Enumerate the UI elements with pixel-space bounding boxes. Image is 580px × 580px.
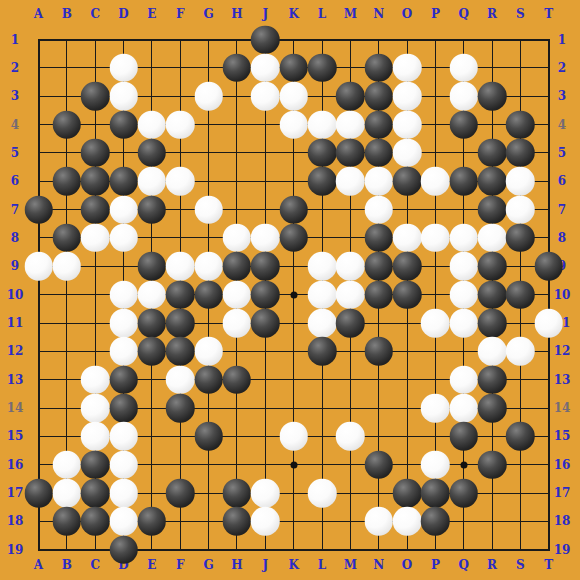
stone-black-L2[interactable]: [308, 54, 337, 83]
star-point-Q16: [460, 461, 467, 468]
stone-white-N6[interactable]: [364, 167, 393, 196]
stone-white-A9[interactable]: [24, 252, 53, 281]
coord-label-col-bottom-C: C: [90, 559, 100, 571]
stone-black-A7[interactable]: [24, 195, 53, 224]
coord-label-row-right-3: 3: [558, 90, 566, 102]
stone-black-R9[interactable]: [478, 252, 507, 281]
stone-black-T9[interactable]: [535, 252, 564, 281]
stone-black-R7[interactable]: [478, 195, 507, 224]
stone-black-E9[interactable]: [138, 252, 167, 281]
stone-black-S8[interactable]: [506, 224, 535, 253]
coord-label-row-left-12: 12: [7, 345, 24, 357]
stone-black-E11[interactable]: [138, 309, 167, 338]
stone-white-O18[interactable]: [393, 507, 422, 536]
stone-white-D12[interactable]: [109, 337, 138, 366]
stone-black-A17[interactable]: [24, 479, 53, 508]
coord-label-col-top-G: G: [203, 8, 213, 20]
stone-white-J17[interactable]: [251, 479, 280, 508]
stone-white-L10[interactable]: [308, 280, 337, 309]
stone-white-E6[interactable]: [138, 167, 167, 196]
stone-black-D19[interactable]: [109, 536, 138, 565]
stone-black-Q17[interactable]: [450, 479, 479, 508]
stone-white-D3[interactable]: [109, 82, 138, 111]
stone-white-K15[interactable]: [279, 422, 308, 451]
stone-black-E5[interactable]: [138, 139, 167, 168]
coord-label-col-bottom-P: P: [431, 559, 440, 571]
stone-white-D16[interactable]: [109, 451, 138, 480]
stone-white-G3[interactable]: [194, 82, 223, 111]
coord-label-col-top-F: F: [176, 8, 185, 20]
coord-label-col-top-Q: Q: [459, 8, 469, 20]
coord-label-row-right-4: 4: [558, 119, 566, 131]
coord-label-col-bottom-N: N: [373, 559, 384, 571]
stone-black-N2[interactable]: [364, 54, 393, 83]
stone-white-G12[interactable]: [194, 337, 223, 366]
stone-white-L17[interactable]: [308, 479, 337, 508]
coord-label-row-left-2: 2: [11, 62, 19, 74]
coord-label-col-top-H: H: [231, 8, 242, 20]
coord-label-row-left-17: 17: [7, 487, 24, 499]
stone-black-E18[interactable]: [138, 507, 167, 536]
stone-white-F6[interactable]: [166, 167, 195, 196]
stone-white-O4[interactable]: [393, 110, 422, 139]
coord-label-row-left-15: 15: [7, 430, 24, 442]
stone-white-Q9[interactable]: [450, 252, 479, 281]
coord-label-col-bottom-J: J: [262, 559, 268, 571]
stone-white-S6[interactable]: [506, 167, 535, 196]
stone-white-Q13[interactable]: [450, 365, 479, 394]
stone-black-N9[interactable]: [364, 252, 393, 281]
stone-black-N16[interactable]: [364, 451, 393, 480]
coord-label-col-bottom-O: O: [402, 559, 412, 571]
stone-white-K3[interactable]: [279, 82, 308, 111]
stone-white-O2[interactable]: [393, 54, 422, 83]
stone-black-N8[interactable]: [364, 224, 393, 253]
coord-label-row-left-16: 16: [7, 459, 24, 471]
stone-black-B18[interactable]: [53, 507, 82, 536]
coord-label-row-left-14: 14: [7, 402, 24, 414]
stone-black-S4[interactable]: [506, 110, 535, 139]
stone-white-D15[interactable]: [109, 422, 138, 451]
coord-label-col-bottom-G: G: [203, 559, 213, 571]
stone-black-C18[interactable]: [81, 507, 110, 536]
coord-label-row-left-6: 6: [11, 175, 19, 187]
stone-black-E7[interactable]: [138, 195, 167, 224]
coord-label-row-right-14: 14: [554, 402, 571, 414]
stone-white-J18[interactable]: [251, 507, 280, 536]
stone-black-C5[interactable]: [81, 139, 110, 168]
stone-white-M4[interactable]: [336, 110, 365, 139]
stone-black-D14[interactable]: [109, 394, 138, 423]
coord-label-row-left-19: 19: [7, 544, 24, 556]
stone-black-M11[interactable]: [336, 309, 365, 338]
coord-label-col-top-E: E: [147, 8, 156, 20]
coord-label-col-bottom-R: R: [487, 559, 497, 571]
stone-black-J1[interactable]: [251, 25, 280, 54]
stone-white-M6[interactable]: [336, 167, 365, 196]
stone-white-Q11[interactable]: [450, 309, 479, 338]
coord-label-row-right-7: 7: [558, 204, 566, 216]
coord-label-col-top-M: M: [344, 8, 357, 20]
coord-label-row-right-15: 15: [554, 430, 571, 442]
stone-white-F4[interactable]: [166, 110, 195, 139]
stone-black-H17[interactable]: [223, 479, 252, 508]
coord-label-row-right-19: 19: [554, 544, 571, 556]
stone-white-M9[interactable]: [336, 252, 365, 281]
stone-black-C7[interactable]: [81, 195, 110, 224]
stone-black-O6[interactable]: [393, 167, 422, 196]
stone-white-D10[interactable]: [109, 280, 138, 309]
stone-black-F17[interactable]: [166, 479, 195, 508]
stone-white-Q10[interactable]: [450, 280, 479, 309]
stone-white-O5[interactable]: [393, 139, 422, 168]
stone-white-B17[interactable]: [53, 479, 82, 508]
coord-label-col-top-R: R: [487, 8, 497, 20]
stone-black-R13[interactable]: [478, 365, 507, 394]
stone-white-M15[interactable]: [336, 422, 365, 451]
stone-white-L4[interactable]: [308, 110, 337, 139]
stone-white-R12[interactable]: [478, 337, 507, 366]
stone-black-K2[interactable]: [279, 54, 308, 83]
stone-white-H10[interactable]: [223, 280, 252, 309]
stone-white-N18[interactable]: [364, 507, 393, 536]
coord-label-row-left-10: 10: [7, 289, 24, 301]
stone-white-P8[interactable]: [421, 224, 450, 253]
stone-black-R11[interactable]: [478, 309, 507, 338]
stone-black-E12[interactable]: [138, 337, 167, 366]
stone-black-C6[interactable]: [81, 167, 110, 196]
stone-white-D7[interactable]: [109, 195, 138, 224]
stone-black-Q4[interactable]: [450, 110, 479, 139]
coord-label-row-right-8: 8: [558, 232, 566, 244]
stone-black-G10[interactable]: [194, 280, 223, 309]
stone-black-R5[interactable]: [478, 139, 507, 168]
stone-black-B6[interactable]: [53, 167, 82, 196]
coord-label-col-top-A: A: [34, 8, 43, 20]
stone-black-R14[interactable]: [478, 394, 507, 423]
coord-label-row-right-13: 13: [554, 374, 571, 386]
coord-label-col-bottom-B: B: [62, 559, 72, 571]
stone-black-H13[interactable]: [223, 365, 252, 394]
stone-white-D11[interactable]: [109, 309, 138, 338]
stone-white-L11[interactable]: [308, 309, 337, 338]
stone-white-P11[interactable]: [421, 309, 450, 338]
coord-label-col-bottom-E: E: [147, 559, 156, 571]
stone-white-O3[interactable]: [393, 82, 422, 111]
stone-white-E4[interactable]: [138, 110, 167, 139]
stone-black-S5[interactable]: [506, 139, 535, 168]
coord-label-row-left-7: 7: [11, 204, 19, 216]
coord-label-row-left-3: 3: [11, 90, 19, 102]
coord-label-row-left-9: 9: [11, 260, 19, 272]
stone-black-J11[interactable]: [251, 309, 280, 338]
coord-label-row-right-5: 5: [558, 147, 566, 159]
coord-label-row-right-12: 12: [554, 345, 571, 357]
stone-black-K8[interactable]: [279, 224, 308, 253]
coord-label-col-top-B: B: [62, 8, 72, 20]
stone-black-G15[interactable]: [194, 422, 223, 451]
stone-black-Q6[interactable]: [450, 167, 479, 196]
stone-white-J3[interactable]: [251, 82, 280, 111]
stone-white-C15[interactable]: [81, 422, 110, 451]
coord-label-col-bottom-A: A: [34, 559, 43, 571]
coord-label-col-top-D: D: [118, 8, 128, 20]
stone-white-J8[interactable]: [251, 224, 280, 253]
stone-black-J9[interactable]: [251, 252, 280, 281]
stone-black-S15[interactable]: [506, 422, 535, 451]
stone-black-B8[interactable]: [53, 224, 82, 253]
coord-label-row-right-6: 6: [558, 175, 566, 187]
stone-black-F11[interactable]: [166, 309, 195, 338]
coord-label-col-bottom-H: H: [231, 559, 242, 571]
stone-white-R8[interactable]: [478, 224, 507, 253]
stone-black-C17[interactable]: [81, 479, 110, 508]
stone-black-H9[interactable]: [223, 252, 252, 281]
stone-white-M10[interactable]: [336, 280, 365, 309]
stone-white-H11[interactable]: [223, 309, 252, 338]
stone-black-F14[interactable]: [166, 394, 195, 423]
stone-white-Q2[interactable]: [450, 54, 479, 83]
stone-black-N5[interactable]: [364, 139, 393, 168]
stone-white-B9[interactable]: [53, 252, 82, 281]
stone-black-G13[interactable]: [194, 365, 223, 394]
coord-label-row-left-18: 18: [7, 515, 24, 527]
coord-label-col-top-T: T: [544, 8, 553, 20]
stone-black-N10[interactable]: [364, 280, 393, 309]
stone-black-N4[interactable]: [364, 110, 393, 139]
coord-label-col-bottom-Q: Q: [459, 559, 469, 571]
coord-label-col-top-C: C: [90, 8, 100, 20]
stone-black-P18[interactable]: [421, 507, 450, 536]
coord-label-col-bottom-S: S: [516, 559, 525, 571]
stone-black-N12[interactable]: [364, 337, 393, 366]
stone-white-S7[interactable]: [506, 195, 535, 224]
stone-black-L6[interactable]: [308, 167, 337, 196]
stone-black-O17[interactable]: [393, 479, 422, 508]
coord-label-col-top-N: N: [373, 8, 384, 20]
coord-label-row-left-13: 13: [7, 374, 24, 386]
stone-white-L9[interactable]: [308, 252, 337, 281]
stone-black-F12[interactable]: [166, 337, 195, 366]
coord-label-row-left-4: 4: [11, 119, 19, 131]
go-board[interactable]: AABBCCDDEEFFGGHHJJKKLLMMNNOOPPQQRRSSTT11…: [0, 0, 580, 580]
coord-label-row-right-2: 2: [558, 62, 566, 74]
stone-white-B16[interactable]: [53, 451, 82, 480]
coord-label-row-left-1: 1: [11, 34, 19, 46]
coord-label-row-right-18: 18: [554, 515, 571, 527]
stone-white-F13[interactable]: [166, 365, 195, 394]
coord-label-row-left-11: 11: [7, 317, 24, 329]
stone-white-E10[interactable]: [138, 280, 167, 309]
stone-white-Q8[interactable]: [450, 224, 479, 253]
stone-black-D4[interactable]: [109, 110, 138, 139]
stone-white-C14[interactable]: [81, 394, 110, 423]
stone-black-P17[interactable]: [421, 479, 450, 508]
coord-label-row-right-1: 1: [558, 34, 566, 46]
stone-white-Q3[interactable]: [450, 82, 479, 111]
coord-label-col-bottom-K: K: [288, 559, 298, 571]
stone-white-G9[interactable]: [194, 252, 223, 281]
stone-white-N7[interactable]: [364, 195, 393, 224]
star-point-K10: [290, 291, 297, 298]
stone-white-C8[interactable]: [81, 224, 110, 253]
coord-label-col-bottom-T: T: [544, 559, 553, 571]
coord-label-col-bottom-F: F: [176, 559, 185, 571]
stone-white-O8[interactable]: [393, 224, 422, 253]
stone-black-D6[interactable]: [109, 167, 138, 196]
stone-white-P16[interactable]: [421, 451, 450, 480]
stone-white-P14[interactable]: [421, 394, 450, 423]
coord-label-row-right-16: 16: [554, 459, 571, 471]
stone-white-S12[interactable]: [506, 337, 535, 366]
coord-label-col-top-P: P: [431, 8, 440, 20]
stone-white-F9[interactable]: [166, 252, 195, 281]
stone-black-Q15[interactable]: [450, 422, 479, 451]
stone-white-Q14[interactable]: [450, 394, 479, 423]
stone-white-D17[interactable]: [109, 479, 138, 508]
stone-black-C16[interactable]: [81, 451, 110, 480]
stone-black-C3[interactable]: [81, 82, 110, 111]
stone-black-H2[interactable]: [223, 54, 252, 83]
coord-label-col-bottom-L: L: [318, 559, 326, 571]
coord-label-row-right-10: 10: [554, 289, 571, 301]
stone-black-R16[interactable]: [478, 451, 507, 480]
stone-black-K7[interactable]: [279, 195, 308, 224]
stone-white-H8[interactable]: [223, 224, 252, 253]
stone-white-D8[interactable]: [109, 224, 138, 253]
stone-black-M3[interactable]: [336, 82, 365, 111]
stone-black-M5[interactable]: [336, 139, 365, 168]
stone-white-G7[interactable]: [194, 195, 223, 224]
stone-white-K4[interactable]: [279, 110, 308, 139]
coord-label-col-bottom-M: M: [344, 559, 357, 571]
coord-label-col-top-S: S: [516, 8, 525, 20]
stone-black-S10[interactable]: [506, 280, 535, 309]
stone-white-T11[interactable]: [535, 309, 564, 338]
stone-black-N3[interactable]: [364, 82, 393, 111]
stone-black-R3[interactable]: [478, 82, 507, 111]
stone-white-J2[interactable]: [251, 54, 280, 83]
coord-label-row-left-5: 5: [11, 147, 19, 159]
stone-black-O9[interactable]: [393, 252, 422, 281]
stone-white-D2[interactable]: [109, 54, 138, 83]
stone-black-J10[interactable]: [251, 280, 280, 309]
coord-label-col-top-L: L: [318, 8, 326, 20]
stone-black-B4[interactable]: [53, 110, 82, 139]
coord-label-col-top-K: K: [288, 8, 298, 20]
coord-label-row-right-17: 17: [554, 487, 571, 499]
star-point-K16: [290, 461, 297, 468]
stone-white-D18[interactable]: [109, 507, 138, 536]
stone-black-R10[interactable]: [478, 280, 507, 309]
stone-white-P6[interactable]: [421, 167, 450, 196]
coord-label-col-top-O: O: [402, 8, 412, 20]
coord-label-row-left-8: 8: [11, 232, 19, 244]
stone-black-H18[interactable]: [223, 507, 252, 536]
stone-black-L5[interactable]: [308, 139, 337, 168]
stone-white-C13[interactable]: [81, 365, 110, 394]
coord-label-col-top-J: J: [262, 8, 268, 20]
stone-black-O10[interactable]: [393, 280, 422, 309]
stone-black-R6[interactable]: [478, 167, 507, 196]
stone-black-F10[interactable]: [166, 280, 195, 309]
stone-black-D13[interactable]: [109, 365, 138, 394]
stone-black-L12[interactable]: [308, 337, 337, 366]
